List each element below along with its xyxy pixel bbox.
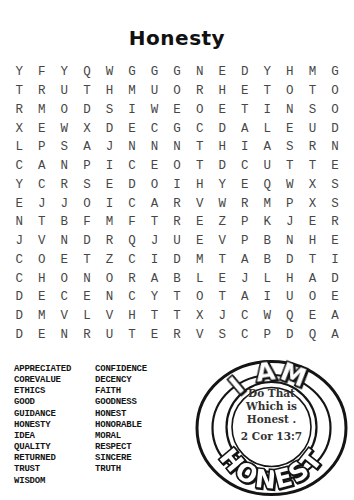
grid-cell[interactable]: T <box>166 288 189 307</box>
grid-cell[interactable]: C <box>233 326 256 345</box>
grid-cell[interactable]: D <box>279 251 302 270</box>
grid-cell[interactable]: P <box>279 194 302 213</box>
grid-cell[interactable]: P <box>76 157 99 176</box>
grid-cell[interactable]: I <box>143 251 166 270</box>
grid-cell[interactable]: O <box>76 194 99 213</box>
grid-cell[interactable]: A <box>301 269 324 288</box>
grid-cell[interactable]: X <box>301 194 324 213</box>
grid-cell[interactable]: E <box>31 326 54 345</box>
word-list-item: FAITH <box>95 386 147 397</box>
grid-cell[interactable]: I <box>256 101 279 120</box>
grid-cell[interactable]: N <box>143 138 166 157</box>
grid-cell[interactable]: Y <box>211 176 234 195</box>
grid-cell[interactable]: E <box>98 176 121 195</box>
grid-cell[interactable]: W <box>98 63 121 82</box>
grid-cell[interactable]: V <box>98 307 121 326</box>
grid-cell[interactable]: O <box>166 157 189 176</box>
grid-cell[interactable]: R <box>98 232 121 251</box>
grid-cell[interactable]: U <box>166 232 189 251</box>
grid-cell[interactable]: R <box>8 101 31 120</box>
grid-cell[interactable]: T <box>256 82 279 101</box>
grid-cell[interactable]: S <box>53 138 76 157</box>
badge-center-line-3: Honest . <box>247 413 296 425</box>
grid-cell[interactable]: V <box>188 194 211 213</box>
grid-cell[interactable]: C <box>53 288 76 307</box>
grid-cell[interactable]: A <box>233 288 256 307</box>
grid-cell[interactable]: N <box>8 213 31 232</box>
grid-cell[interactable]: D <box>166 251 189 270</box>
grid-cell[interactable]: R <box>301 138 324 157</box>
grid-cell[interactable]: A <box>256 138 279 157</box>
grid-cell[interactable]: S <box>324 194 347 213</box>
word-list-item: HONEST <box>95 409 147 420</box>
grid-cell[interactable]: V <box>31 232 54 251</box>
grid-cell[interactable]: N <box>76 269 99 288</box>
grid-cell[interactable]: N <box>53 232 76 251</box>
grid-cell[interactable]: C <box>31 176 54 195</box>
grid-cell[interactable]: E <box>211 101 234 120</box>
grid-cell[interactable]: E <box>279 119 302 138</box>
grid-cell[interactable]: H <box>211 138 234 157</box>
grid-cell[interactable]: A <box>143 269 166 288</box>
grid-cell[interactable]: U <box>256 157 279 176</box>
word-list-item: ETHICS <box>14 386 71 397</box>
word-list-item: DECENCY <box>95 375 147 386</box>
grid-cell[interactable]: O <box>188 101 211 120</box>
grid-cell[interactable]: D <box>233 63 256 82</box>
grid-cell[interactable]: T <box>76 82 99 101</box>
grid-cell[interactable]: W <box>279 176 302 195</box>
grid-cell[interactable]: C <box>188 119 211 138</box>
grid-cell[interactable]: B <box>166 269 189 288</box>
word-list-item: MORAL <box>95 431 147 442</box>
grid-cell[interactable]: J <box>8 232 31 251</box>
grid-cell[interactable]: E <box>8 194 31 213</box>
grid-cell[interactable]: L <box>188 269 211 288</box>
grid-cell[interactable]: I <box>98 157 121 176</box>
grid-cell[interactable]: D <box>324 119 347 138</box>
grid-cell[interactable]: T <box>188 157 211 176</box>
word-list-item: WISDOM <box>14 476 71 487</box>
grid-cell[interactable]: S <box>211 326 234 345</box>
grid-cell[interactable]: D <box>324 269 347 288</box>
grid-cell[interactable]: T <box>121 326 144 345</box>
grid-cell[interactable]: O <box>166 82 189 101</box>
grid-cell[interactable]: J <box>31 194 54 213</box>
worksheet-page: Honesty YFYQWGGGNEDYHMGTRUTHMUORHETOTORM… <box>0 0 354 500</box>
grid-cell[interactable]: D <box>211 119 234 138</box>
grid-cell[interactable]: Q <box>76 63 99 82</box>
grid-cell[interactable]: E <box>76 288 99 307</box>
grid-cell[interactable]: M <box>31 101 54 120</box>
grid-cell[interactable]: O <box>53 269 76 288</box>
grid-cell[interactable]: R <box>166 213 189 232</box>
grid-cell[interactable]: T <box>211 288 234 307</box>
grid-cell[interactable]: Q <box>256 176 279 195</box>
grid-cell[interactable]: G <box>121 63 144 82</box>
grid-cell[interactable]: P <box>256 326 279 345</box>
grid-cell[interactable]: E <box>121 119 144 138</box>
word-list-item: GUIDANCE <box>14 409 71 420</box>
grid-cell[interactable]: R <box>166 194 189 213</box>
grid-cell[interactable]: I <box>98 194 121 213</box>
grid-cell[interactable]: T <box>31 213 54 232</box>
grid-cell[interactable]: U <box>98 326 121 345</box>
grid-cell[interactable]: L <box>8 138 31 157</box>
grid-cell[interactable]: A <box>233 251 256 270</box>
grid-cell[interactable]: T <box>143 213 166 232</box>
grid-cell[interactable]: K <box>256 213 279 232</box>
grid-cell[interactable]: L <box>256 119 279 138</box>
word-list-item: COREVALUE <box>14 375 71 386</box>
grid-cell[interactable]: U <box>143 82 166 101</box>
grid-cell[interactable]: S <box>279 138 302 157</box>
grid-cell[interactable]: A <box>143 194 166 213</box>
grid-cell[interactable]: O <box>188 288 211 307</box>
grid-cell[interactable]: X <box>8 119 31 138</box>
grid-cell[interactable]: T <box>211 251 234 270</box>
grid-cell[interactable]: A <box>76 138 99 157</box>
grid-cell[interactable]: Y <box>143 288 166 307</box>
grid-cell[interactable]: D <box>98 119 121 138</box>
word-list-column-2: CONFIDENCEDECENCYFAITHGOODNESSHONESTHONO… <box>95 364 147 476</box>
grid-cell[interactable]: O <box>31 251 54 270</box>
grid-cell[interactable]: R <box>76 326 99 345</box>
grid-cell[interactable]: G <box>166 119 189 138</box>
grid-cell[interactable]: O <box>98 269 121 288</box>
grid-cell[interactable]: W <box>211 194 234 213</box>
grid-cell[interactable]: E <box>31 119 54 138</box>
grid-cell[interactable]: C <box>121 288 144 307</box>
grid-cell[interactable]: O <box>279 82 302 101</box>
grid-cell[interactable]: Y <box>8 63 31 82</box>
grid-cell[interactable]: V <box>188 326 211 345</box>
grid-cell[interactable]: D <box>121 176 144 195</box>
grid-cell[interactable]: T <box>301 251 324 270</box>
grid-cell[interactable]: F <box>31 63 54 82</box>
grid-cell[interactable]: Z <box>98 251 121 270</box>
grid-cell[interactable]: V <box>53 307 76 326</box>
grid-cell[interactable]: R <box>188 82 211 101</box>
word-list-column-1: APPRECIATEDCOREVALUEETHICSGOODGUIDANCEHO… <box>14 364 71 487</box>
grid-cell[interactable]: C <box>8 157 31 176</box>
grid-cell[interactable]: I <box>256 288 279 307</box>
grid-cell[interactable]: J <box>53 194 76 213</box>
grid-cell[interactable]: H <box>279 269 302 288</box>
grid-cell[interactable]: D <box>279 326 302 345</box>
grid-cell[interactable]: U <box>279 288 302 307</box>
i-am-honest-badge: I AM HONEST Do That Which is Honest . 2 … <box>182 352 354 500</box>
badge-arc-bottom-text: HONEST <box>214 443 330 495</box>
grid-cell[interactable]: V <box>211 232 234 251</box>
word-list-item: CONFIDENCE <box>95 364 147 375</box>
grid-cell[interactable]: G <box>166 63 189 82</box>
grid-cell[interactable]: R <box>121 269 144 288</box>
grid-cell[interactable]: G <box>143 63 166 82</box>
grid-cell[interactable]: N <box>279 101 302 120</box>
grid-cell[interactable]: C <box>143 119 166 138</box>
grid-cell[interactable]: L <box>76 307 99 326</box>
grid-cell[interactable]: M <box>301 63 324 82</box>
grid-cell[interactable]: H <box>301 232 324 251</box>
grid-cell[interactable]: C <box>121 157 144 176</box>
grid-cell[interactable]: E <box>324 232 347 251</box>
grid-cell[interactable]: E <box>143 326 166 345</box>
grid-cell[interactable]: O <box>301 288 324 307</box>
grid-cell[interactable]: E <box>188 232 211 251</box>
grid-cell[interactable]: Y <box>8 176 31 195</box>
word-list-item: IDEA <box>14 431 71 442</box>
word-list-item: APPRECIATED <box>14 364 71 375</box>
word-search-grid: YFYQWGGGNEDYHMGTRUTHMUORHETOTORMODSIWEOE… <box>8 63 346 344</box>
grid-cell[interactable]: R <box>324 213 347 232</box>
grid-cell[interactable]: I <box>233 138 256 157</box>
grid-cell[interactable]: U <box>53 82 76 101</box>
grid-cell[interactable]: N <box>279 232 302 251</box>
grid-cell[interactable]: W <box>53 119 76 138</box>
grid-cell[interactable]: O <box>324 82 347 101</box>
grid-cell[interactable]: C <box>233 307 256 326</box>
grid-cell[interactable]: X <box>76 119 99 138</box>
grid-cell[interactable]: N <box>166 138 189 157</box>
grid-cell[interactable]: D <box>8 288 31 307</box>
grid-cell[interactable]: E <box>166 101 189 120</box>
grid-cell[interactable]: X <box>188 307 211 326</box>
grid-cell[interactable]: N <box>98 288 121 307</box>
grid-cell[interactable]: M <box>98 213 121 232</box>
badge-center-line-2: Which is <box>245 400 297 412</box>
grid-cell[interactable]: F <box>121 213 144 232</box>
grid-cell[interactable]: Q <box>279 307 302 326</box>
grid-cell[interactable]: T <box>301 82 324 101</box>
grid-cell[interactable]: A <box>324 307 347 326</box>
grid-cell[interactable]: T <box>166 307 189 326</box>
grid-cell[interactable]: D <box>8 326 31 345</box>
word-list-item: HONORABLE <box>95 420 147 431</box>
grid-cell[interactable]: E <box>301 213 324 232</box>
grid-cell[interactable]: B <box>256 232 279 251</box>
grid-cell[interactable]: E <box>211 269 234 288</box>
grid-cell[interactable]: N <box>121 138 144 157</box>
grid-cell[interactable]: E <box>143 157 166 176</box>
grid-cell[interactable]: A <box>324 326 347 345</box>
grid-cell[interactable]: E <box>324 288 347 307</box>
grid-cell[interactable]: E <box>233 82 256 101</box>
word-list-item: TRUST <box>14 464 71 475</box>
grid-cell[interactable]: T <box>301 157 324 176</box>
grid-cell[interactable]: R <box>233 194 256 213</box>
grid-cell[interactable]: U <box>301 119 324 138</box>
grid-cell[interactable]: Y <box>53 63 76 82</box>
grid-cell[interactable]: J <box>211 307 234 326</box>
grid-cell[interactable]: T <box>76 251 99 270</box>
grid-cell[interactable]: H <box>279 63 302 82</box>
grid-cell[interactable]: R <box>31 82 54 101</box>
grid-cell[interactable]: H <box>121 307 144 326</box>
grid-cell[interactable]: E <box>188 213 211 232</box>
grid-cell[interactable]: C <box>121 251 144 270</box>
grid-cell[interactable]: J <box>98 138 121 157</box>
grid-cell[interactable]: J <box>143 232 166 251</box>
grid-cell[interactable]: C <box>8 251 31 270</box>
grid-cell[interactable]: J <box>233 269 256 288</box>
grid-cell[interactable]: O <box>53 101 76 120</box>
word-list-item: HONESTY <box>14 420 71 431</box>
grid-cell[interactable]: D <box>76 232 99 251</box>
grid-cell[interactable]: J <box>279 213 302 232</box>
grid-cell[interactable]: E <box>233 176 256 195</box>
grid-cell[interactable]: E <box>53 251 76 270</box>
grid-cell[interactable]: S <box>324 176 347 195</box>
grid-cell[interactable]: I <box>121 101 144 120</box>
grid-cell[interactable]: E <box>324 157 347 176</box>
grid-cell[interactable]: C <box>8 269 31 288</box>
badge-center-line-1: Do That <box>248 387 295 399</box>
grid-cell[interactable]: D <box>8 307 31 326</box>
word-list-item: GOOD <box>14 397 71 408</box>
grid-cell[interactable]: X <box>301 176 324 195</box>
grid-cell[interactable]: T <box>188 138 211 157</box>
grid-cell[interactable]: S <box>98 101 121 120</box>
word-list-item: SINCERE <box>95 453 147 464</box>
grid-cell[interactable]: C <box>121 194 144 213</box>
grid-cell[interactable]: P <box>31 138 54 157</box>
grid-cell[interactable]: N <box>324 138 347 157</box>
grid-cell[interactable]: Z <box>211 213 234 232</box>
grid-cell[interactable]: T <box>279 157 302 176</box>
grid-cell[interactable]: H <box>211 82 234 101</box>
grid-cell[interactable]: R <box>166 326 189 345</box>
grid-cell[interactable]: P <box>233 232 256 251</box>
grid-cell[interactable]: B <box>256 251 279 270</box>
grid-cell[interactable]: Y <box>256 63 279 82</box>
grid-cell[interactable]: H <box>188 176 211 195</box>
grid-cell[interactable]: M <box>256 194 279 213</box>
grid-cell[interactable]: Q <box>121 232 144 251</box>
grid-cell[interactable]: E <box>31 288 54 307</box>
grid-cell[interactable]: H <box>98 82 121 101</box>
grid-cell[interactable]: D <box>76 101 99 120</box>
grid-cell[interactable]: S <box>301 101 324 120</box>
puzzle-title: Honesty <box>0 26 354 50</box>
word-list-item: QUALITY <box>14 442 71 453</box>
word-list-item: GOODNESS <box>95 397 147 408</box>
grid-cell[interactable]: H <box>31 269 54 288</box>
grid-cell[interactable]: T <box>143 307 166 326</box>
badge-verse: 2 Cor 13:7 <box>241 430 302 442</box>
grid-cell[interactable]: B <box>53 213 76 232</box>
grid-cell[interactable]: O <box>143 176 166 195</box>
grid-cell[interactable]: I <box>166 176 189 195</box>
grid-cell[interactable]: S <box>76 176 99 195</box>
grid-cell[interactable]: M <box>188 251 211 270</box>
grid-cell[interactable]: N <box>188 63 211 82</box>
grid-cell[interactable]: D <box>211 157 234 176</box>
grid-cell[interactable]: E <box>301 307 324 326</box>
grid-cell[interactable]: T <box>233 101 256 120</box>
grid-cell[interactable]: I <box>324 251 347 270</box>
grid-cell[interactable]: M <box>31 307 54 326</box>
grid-cell[interactable]: E <box>211 63 234 82</box>
grid-cell[interactable]: R <box>53 176 76 195</box>
grid-cell[interactable]: A <box>31 157 54 176</box>
grid-cell[interactable]: N <box>53 157 76 176</box>
grid-cell[interactable]: F <box>76 213 99 232</box>
word-list-item: RETURNED <box>14 453 71 464</box>
grid-cell[interactable]: A <box>233 119 256 138</box>
grid-cell[interactable]: M <box>121 82 144 101</box>
grid-cell[interactable]: T <box>8 82 31 101</box>
grid-cell[interactable]: P <box>233 213 256 232</box>
grid-cell[interactable]: C <box>233 157 256 176</box>
grid-cell[interactable]: L <box>256 269 279 288</box>
grid-cell[interactable]: G <box>324 63 347 82</box>
grid-cell[interactable]: O <box>324 101 347 120</box>
grid-cell[interactable]: W <box>256 307 279 326</box>
word-list-item: RESPECT <box>95 442 147 453</box>
word-list-item: TRUTH <box>95 464 147 475</box>
grid-cell[interactable]: Q <box>301 326 324 345</box>
grid-cell[interactable]: N <box>53 326 76 345</box>
grid-cell[interactable]: W <box>143 101 166 120</box>
